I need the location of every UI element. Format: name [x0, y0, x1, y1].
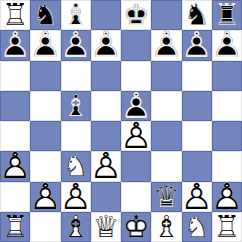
square-a5[interactable] — [0, 91, 30, 121]
piece-outline-glyph: ♘ — [182, 212, 212, 242]
white-pawn[interactable]: ♟♙ — [212, 182, 242, 212]
white-pawn[interactable]: ♟♙ — [121, 121, 151, 151]
square-b1[interactable] — [30, 212, 60, 242]
piece-outline-glyph: ♙ — [212, 182, 242, 212]
piece-fill-glyph: ♟ — [91, 30, 121, 60]
square-c1[interactable]: ♝♗ — [61, 212, 91, 242]
piece-fill-glyph: ♞ — [182, 212, 212, 242]
piece-fill-glyph: ♞ — [182, 0, 212, 30]
piece-outline-glyph: ♙ — [182, 182, 212, 212]
square-d8[interactable] — [91, 0, 121, 30]
square-e3[interactable] — [121, 151, 151, 181]
piece-fill-glyph: ♟ — [121, 91, 151, 121]
square-b5[interactable] — [30, 91, 60, 121]
square-g3[interactable] — [182, 151, 212, 181]
piece-outline-glyph: ♗ — [61, 0, 91, 30]
black-knight[interactable]: ♞♘ — [30, 0, 60, 30]
square-d2[interactable] — [91, 182, 121, 212]
black-pawn[interactable]: ♟♙ — [91, 30, 121, 60]
white-pawn[interactable]: ♟♙ — [61, 182, 91, 212]
square-h8[interactable]: ♜♖ — [212, 0, 242, 30]
square-e1[interactable]: ♚♔ — [121, 212, 151, 242]
piece-outline-glyph: ♙ — [61, 182, 91, 212]
black-pawn[interactable]: ♟♙ — [121, 91, 151, 121]
square-f6[interactable] — [151, 61, 181, 91]
piece-fill-glyph: ♚ — [121, 212, 151, 242]
black-pawn[interactable]: ♟♙ — [61, 30, 91, 60]
black-rook[interactable]: ♜♖ — [212, 0, 242, 30]
piece-fill-glyph: ♟ — [182, 30, 212, 60]
piece-fill-glyph: ♝ — [61, 91, 91, 121]
square-a4[interactable] — [0, 121, 30, 151]
piece-outline-glyph: ♘ — [30, 0, 60, 30]
square-e2[interactable] — [121, 182, 151, 212]
square-b8[interactable]: ♞♘ — [30, 0, 60, 30]
white-pawn[interactable]: ♟♙ — [182, 182, 212, 212]
piece-outline-glyph: ♔ — [121, 0, 151, 30]
black-king[interactable]: ♚♔ — [121, 0, 151, 30]
piece-outline-glyph: ♖ — [0, 212, 30, 242]
piece-fill-glyph: ♜ — [0, 212, 30, 242]
piece-fill-glyph: ♛ — [151, 182, 181, 212]
square-a7[interactable]: ♟♙ — [0, 30, 30, 60]
square-g6[interactable] — [182, 61, 212, 91]
square-c5[interactable]: ♝♗ — [61, 91, 91, 121]
white-pawn[interactable]: ♟♙ — [30, 182, 60, 212]
square-c3[interactable]: ♞♘ — [61, 151, 91, 181]
white-rook[interactable]: ♜♖ — [0, 212, 30, 242]
square-e7[interactable] — [121, 30, 151, 60]
black-bishop[interactable]: ♝♗ — [61, 0, 91, 30]
square-g4[interactable] — [182, 121, 212, 151]
square-g1[interactable]: ♞♘ — [182, 212, 212, 242]
piece-fill-glyph: ♞ — [30, 0, 60, 30]
square-d6[interactable] — [91, 61, 121, 91]
square-g5[interactable] — [182, 91, 212, 121]
piece-outline-glyph: ♙ — [121, 121, 151, 151]
piece-fill-glyph: ♟ — [30, 30, 60, 60]
piece-fill-glyph: ♟ — [121, 121, 151, 151]
square-h3[interactable] — [212, 151, 242, 181]
black-queen[interactable]: ♛♕ — [151, 182, 181, 212]
piece-fill-glyph: ♟ — [0, 151, 30, 181]
piece-fill-glyph: ♟ — [212, 182, 242, 212]
square-f8[interactable] — [151, 0, 181, 30]
square-d1[interactable]: ♛♕ — [91, 212, 121, 242]
square-c6[interactable] — [61, 61, 91, 91]
square-e6[interactable] — [121, 61, 151, 91]
piece-outline-glyph: ♙ — [91, 30, 121, 60]
black-pawn[interactable]: ♟♙ — [182, 30, 212, 60]
white-knight[interactable]: ♞♘ — [61, 151, 91, 181]
piece-fill-glyph: ♟ — [91, 151, 121, 181]
white-bishop[interactable]: ♝♗ — [151, 212, 181, 242]
square-c8[interactable]: ♝♗ — [61, 0, 91, 30]
piece-fill-glyph: ♟ — [30, 182, 60, 212]
square-e8[interactable]: ♚♔ — [121, 0, 151, 30]
square-c7[interactable]: ♟♙ — [61, 30, 91, 60]
square-b3[interactable] — [30, 151, 60, 181]
square-f7[interactable]: ♟♙ — [151, 30, 181, 60]
square-h1[interactable]: ♜♖ — [212, 212, 242, 242]
square-f3[interactable] — [151, 151, 181, 181]
square-a1[interactable]: ♜♖ — [0, 212, 30, 242]
piece-fill-glyph: ♞ — [61, 151, 91, 181]
square-f2[interactable]: ♛♕ — [151, 182, 181, 212]
black-knight[interactable]: ♞♘ — [182, 0, 212, 30]
piece-outline-glyph: ♗ — [61, 91, 91, 121]
piece-fill-glyph: ♝ — [151, 212, 181, 242]
piece-outline-glyph: ♘ — [182, 0, 212, 30]
white-queen[interactable]: ♛♕ — [91, 212, 121, 242]
square-h2[interactable]: ♟♙ — [212, 182, 242, 212]
piece-fill-glyph: ♛ — [91, 212, 121, 242]
square-f5[interactable] — [151, 91, 181, 121]
white-king[interactable]: ♚♔ — [121, 212, 151, 242]
piece-outline-glyph: ♘ — [61, 151, 91, 181]
piece-outline-glyph: ♖ — [212, 0, 242, 30]
piece-outline-glyph: ♕ — [91, 212, 121, 242]
square-a2[interactable] — [0, 182, 30, 212]
square-d3[interactable]: ♟♙ — [91, 151, 121, 181]
square-g2[interactable]: ♟♙ — [182, 182, 212, 212]
piece-fill-glyph: ♟ — [0, 30, 30, 60]
square-e5[interactable]: ♟♙ — [121, 91, 151, 121]
piece-outline-glyph: ♖ — [212, 212, 242, 242]
square-d7[interactable]: ♟♙ — [91, 30, 121, 60]
piece-outline-glyph: ♙ — [30, 30, 60, 60]
square-a6[interactable] — [0, 61, 30, 91]
square-b2[interactable]: ♟♙ — [30, 182, 60, 212]
piece-outline-glyph: ♙ — [61, 30, 91, 60]
square-g7[interactable]: ♟♙ — [182, 30, 212, 60]
square-d5[interactable] — [91, 91, 121, 121]
white-knight[interactable]: ♞♘ — [182, 212, 212, 242]
piece-fill-glyph: ♝ — [61, 0, 91, 30]
square-f1[interactable]: ♝♗ — [151, 212, 181, 242]
piece-fill-glyph: ♟ — [61, 182, 91, 212]
white-pawn[interactable]: ♟♙ — [91, 151, 121, 181]
square-b4[interactable] — [30, 121, 60, 151]
black-pawn[interactable]: ♟♙ — [212, 30, 242, 60]
square-a8[interactable]: ♜♖ — [0, 0, 30, 30]
black-pawn[interactable]: ♟♙ — [30, 30, 60, 60]
white-bishop[interactable]: ♝♗ — [61, 212, 91, 242]
piece-outline-glyph: ♙ — [0, 30, 30, 60]
black-pawn[interactable]: ♟♙ — [151, 30, 181, 60]
piece-fill-glyph: ♜ — [212, 0, 242, 30]
piece-outline-glyph: ♙ — [212, 30, 242, 60]
piece-outline-glyph: ♙ — [30, 182, 60, 212]
black-pawn[interactable]: ♟♙ — [0, 30, 30, 60]
piece-outline-glyph: ♔ — [121, 212, 151, 242]
square-b6[interactable] — [30, 61, 60, 91]
piece-fill-glyph: ♟ — [151, 30, 181, 60]
piece-outline-glyph: ♙ — [91, 151, 121, 181]
piece-fill-glyph: ♟ — [182, 182, 212, 212]
square-c4[interactable] — [61, 121, 91, 151]
piece-outline-glyph: ♙ — [0, 151, 30, 181]
chess-board: ♜♖♞♘♝♗♚♔♞♘♜♖♟♙♟♙♟♙♟♙♟♙♟♙♟♙♝♗♟♙♟♙♟♙♞♘♟♙♟♙… — [0, 0, 242, 242]
white-rook[interactable]: ♜♖ — [0, 0, 30, 30]
piece-fill-glyph: ♟ — [61, 30, 91, 60]
square-f4[interactable] — [151, 121, 181, 151]
square-g8[interactable]: ♞♘ — [182, 0, 212, 30]
square-b7[interactable]: ♟♙ — [30, 30, 60, 60]
black-bishop[interactable]: ♝♗ — [61, 91, 91, 121]
piece-fill-glyph: ♜ — [212, 212, 242, 242]
piece-outline-glyph: ♗ — [151, 212, 181, 242]
square-h7[interactable]: ♟♙ — [212, 30, 242, 60]
square-a3[interactable]: ♟♙ — [0, 151, 30, 181]
piece-fill-glyph: ♚ — [121, 0, 151, 30]
piece-outline-glyph: ♕ — [151, 182, 181, 212]
square-h4[interactable] — [212, 121, 242, 151]
piece-outline-glyph: ♙ — [151, 30, 181, 60]
piece-outline-glyph: ♗ — [61, 212, 91, 242]
piece-fill-glyph: ♜ — [0, 0, 30, 30]
white-rook[interactable]: ♜♖ — [212, 212, 242, 242]
square-h5[interactable] — [212, 91, 242, 121]
piece-outline-glyph: ♖ — [0, 0, 30, 30]
square-h6[interactable] — [212, 61, 242, 91]
square-c2[interactable]: ♟♙ — [61, 182, 91, 212]
square-d4[interactable] — [91, 121, 121, 151]
piece-outline-glyph: ♙ — [182, 30, 212, 60]
white-pawn[interactable]: ♟♙ — [0, 151, 30, 181]
piece-fill-glyph: ♝ — [61, 212, 91, 242]
piece-fill-glyph: ♟ — [212, 30, 242, 60]
piece-outline-glyph: ♙ — [121, 91, 151, 121]
square-e4[interactable]: ♟♙ — [121, 121, 151, 151]
